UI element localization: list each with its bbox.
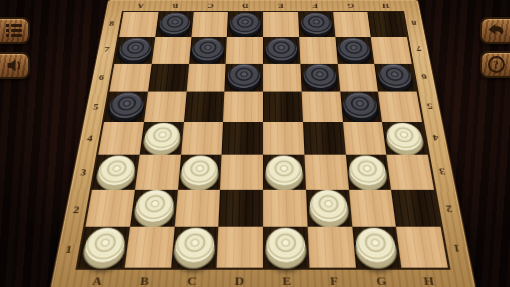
square-g2[interactable]	[348, 189, 396, 227]
square-g7[interactable]	[335, 37, 375, 63]
file-label-top-h: H	[382, 2, 390, 9]
black-man-h6[interactable]	[377, 64, 413, 88]
undo-button[interactable]	[480, 17, 510, 44]
square-h4[interactable]	[382, 122, 428, 154]
square-g8[interactable]	[333, 12, 371, 37]
square-g5[interactable]	[340, 92, 382, 122]
square-a7[interactable]	[114, 37, 155, 63]
rank-label-right-8: 8	[411, 20, 417, 27]
black-man-g5[interactable]	[343, 92, 379, 118]
square-f5[interactable]	[301, 92, 342, 122]
white-man-a3[interactable]	[96, 155, 136, 185]
square-e3[interactable]	[263, 154, 306, 189]
square-b3[interactable]	[135, 154, 181, 189]
square-b7[interactable]	[152, 37, 192, 63]
file-label-top-b: B	[172, 2, 179, 9]
rank-label-right-6: 6	[421, 73, 428, 82]
square-c1[interactable]	[171, 227, 219, 268]
question-icon: ?	[488, 56, 505, 73]
square-a4[interactable]	[98, 122, 144, 154]
square-e5[interactable]	[263, 92, 303, 122]
white-man-c3[interactable]	[181, 155, 219, 185]
square-h6[interactable]	[374, 63, 416, 91]
file-label-top-g: G	[347, 2, 355, 9]
square-h7[interactable]	[371, 37, 412, 63]
square-a5[interactable]	[104, 92, 148, 122]
square-d8[interactable]	[227, 12, 263, 37]
black-man-f8[interactable]	[300, 13, 332, 34]
rank-label-left-4: 4	[86, 133, 93, 143]
black-man-g7[interactable]	[338, 38, 372, 61]
file-label-bottom-f: F	[330, 274, 339, 287]
rank-label-right-5: 5	[426, 102, 433, 111]
help-button[interactable]: ?	[480, 51, 510, 78]
white-man-b4[interactable]	[143, 123, 181, 151]
square-e8[interactable]	[263, 12, 299, 37]
square-f2[interactable]	[306, 189, 352, 227]
square-e1[interactable]	[263, 227, 309, 268]
white-man-c1[interactable]	[174, 228, 215, 263]
white-man-b2[interactable]	[134, 190, 175, 222]
square-d2[interactable]	[219, 189, 263, 227]
rank-label-right-7: 7	[416, 45, 423, 53]
square-h1[interactable]	[396, 227, 448, 268]
file-label-bottom-a: A	[92, 274, 103, 287]
rank-label-left-3: 3	[80, 167, 88, 178]
square-a1[interactable]	[78, 227, 130, 268]
square-d5[interactable]	[223, 92, 263, 122]
square-f3[interactable]	[304, 154, 348, 189]
square-c2[interactable]	[174, 189, 220, 227]
square-g1[interactable]	[352, 227, 402, 268]
square-e2[interactable]	[263, 189, 307, 227]
rank-label-left-6: 6	[98, 73, 105, 82]
square-f6[interactable]	[300, 63, 340, 91]
square-c5[interactable]	[184, 92, 225, 122]
square-c6[interactable]	[186, 63, 226, 91]
file-labels-bottom: ABCDEFGH	[72, 271, 454, 287]
game-screen: { "game": "checkers", "app": { "backgrou…	[0, 0, 510, 287]
square-h2[interactable]	[391, 189, 440, 227]
file-label-bottom-h: H	[423, 274, 435, 287]
file-label-top-d: D	[242, 2, 248, 9]
black-man-d8[interactable]	[230, 13, 261, 34]
square-d3[interactable]	[220, 154, 263, 189]
undo-arrow-icon	[487, 23, 505, 38]
square-g3[interactable]	[345, 154, 391, 189]
file-labels-top: ABCDEFGH	[122, 1, 404, 11]
checkers-board: ABCDEFGH ABCDEFGH 87654321 87654321	[49, 0, 477, 287]
square-b2[interactable]	[130, 189, 178, 227]
square-f7[interactable]	[299, 37, 337, 63]
rank-label-left-1: 1	[65, 243, 74, 255]
rank-label-right-1: 1	[453, 243, 462, 255]
rank-label-left-8: 8	[109, 20, 115, 27]
white-man-a1[interactable]	[82, 228, 126, 263]
square-h3[interactable]	[387, 154, 434, 189]
square-d6[interactable]	[225, 63, 263, 91]
square-e4[interactable]	[263, 122, 304, 154]
board-grid	[75, 11, 450, 270]
square-d1[interactable]	[217, 227, 263, 268]
square-f4[interactable]	[303, 122, 346, 154]
menu-button[interactable]	[0, 17, 30, 44]
square-f8[interactable]	[298, 12, 335, 37]
white-man-e1[interactable]	[266, 228, 305, 263]
rank-label-right-4: 4	[432, 133, 439, 143]
speaker-icon	[6, 58, 23, 73]
white-man-h4[interactable]	[385, 123, 424, 151]
file-label-top-c: C	[207, 2, 214, 9]
square-c8[interactable]	[191, 12, 228, 37]
file-label-bottom-b: B	[140, 274, 150, 287]
square-a6[interactable]	[109, 63, 151, 91]
black-man-b8[interactable]	[158, 13, 191, 34]
square-b6[interactable]	[148, 63, 189, 91]
menu-list-icon	[6, 24, 22, 37]
square-e6[interactable]	[263, 63, 301, 91]
black-man-e7[interactable]	[266, 38, 298, 61]
rank-label-left-2: 2	[72, 203, 80, 214]
square-f1[interactable]	[307, 227, 355, 268]
file-label-top-a: A	[137, 2, 144, 9]
board-frame: ABCDEFGH ABCDEFGH 87654321 87654321	[49, 0, 477, 287]
rank-label-left-5: 5	[92, 102, 99, 111]
rank-label-left-7: 7	[104, 45, 111, 53]
square-b5[interactable]	[144, 92, 186, 122]
white-man-f2[interactable]	[309, 190, 348, 222]
black-man-f6[interactable]	[303, 64, 337, 88]
square-a8[interactable]	[119, 12, 158, 37]
square-c4[interactable]	[181, 122, 224, 154]
file-label-bottom-d: D	[234, 274, 244, 287]
file-label-top-e: E	[278, 2, 284, 9]
square-c7[interactable]	[189, 37, 227, 63]
white-man-e3[interactable]	[266, 155, 302, 185]
black-man-c7[interactable]	[192, 38, 225, 61]
white-man-g3[interactable]	[348, 155, 387, 185]
file-label-bottom-g: G	[376, 274, 388, 287]
white-man-g1[interactable]	[355, 228, 398, 263]
file-label-top-f: F	[313, 2, 319, 9]
file-label-bottom-c: C	[187, 274, 197, 287]
square-h8[interactable]	[368, 12, 407, 37]
square-b1[interactable]	[124, 227, 174, 268]
square-b4[interactable]	[139, 122, 183, 154]
square-c3[interactable]	[178, 154, 222, 189]
square-g6[interactable]	[337, 63, 378, 91]
rank-label-right-2: 2	[445, 203, 453, 214]
file-label-bottom-e: E	[282, 274, 291, 287]
black-man-d6[interactable]	[228, 64, 261, 88]
square-h5[interactable]	[378, 92, 422, 122]
square-g4[interactable]	[343, 122, 387, 154]
sound-button[interactable]	[0, 52, 30, 79]
square-d7[interactable]	[226, 37, 263, 63]
square-b8[interactable]	[155, 12, 193, 37]
square-a2[interactable]	[85, 189, 134, 227]
square-a3[interactable]	[92, 154, 139, 189]
square-e7[interactable]	[263, 37, 300, 63]
black-man-a5[interactable]	[108, 92, 145, 118]
square-d4[interactable]	[222, 122, 263, 154]
black-man-a7[interactable]	[118, 38, 153, 61]
rank-label-right-3: 3	[439, 167, 447, 178]
